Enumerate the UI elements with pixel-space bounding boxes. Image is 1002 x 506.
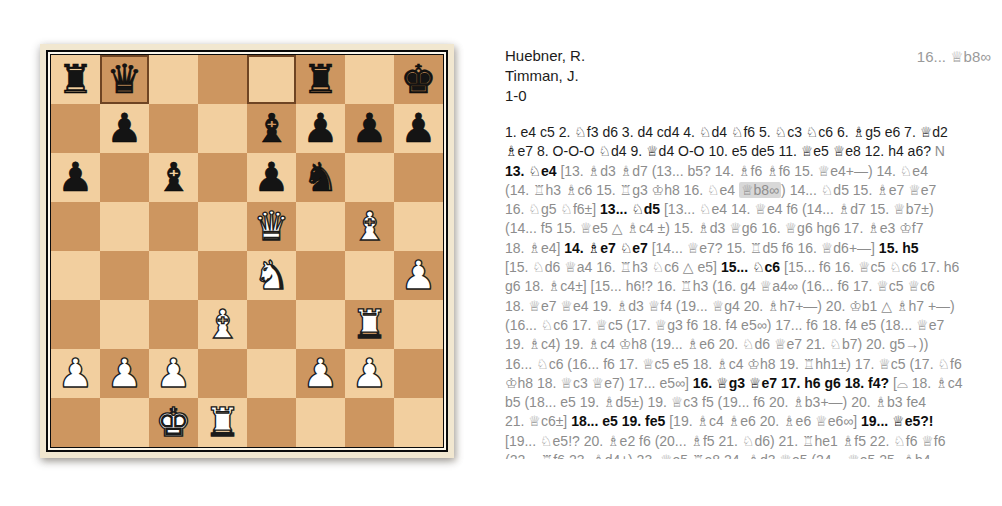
move-text[interactable]: [19... ♘e5!? 20. ♗e2 f6 (20... ♗f5 21. ♘… [505,433,946,449]
mainline-move[interactable]: 19... ♕e5?! [861,413,933,429]
square-h3[interactable] [394,300,443,349]
square-e2[interactable] [247,349,296,398]
square-b8[interactable]: ♛ [100,55,149,104]
square-b1[interactable] [100,398,149,447]
square-c5[interactable] [149,202,198,251]
square-d6[interactable] [198,153,247,202]
notation-line-9: g6 18. ♗c4±] [15... h6!? 16. ♖h3 (16. g4… [505,277,997,296]
black-pawn[interactable]: ♟ [58,153,94,202]
black-knight[interactable]: ♞ [303,153,339,202]
move-text[interactable]: ) 14... ♘d5 15. ♗e7 ♕e7 [781,182,936,198]
square-h6[interactable] [394,153,443,202]
white-queen[interactable]: ♛ [254,202,290,251]
black-rook[interactable]: ♜ [58,55,94,104]
square-g4[interactable] [345,251,394,300]
square-g2[interactable]: ♟ [345,349,394,398]
notation-line-11: (16... ♘c6 17. ♕c5 (17. ♕g3 f6 18. f4 e5… [505,316,997,335]
notation-panel: Huebner, R. Timman, J. 1-0 16... ♕b8∞ 1.… [505,46,997,459]
notation-line-6: (14... f5 15. ♕e5 △ ♗c4 ±) 15. ♗d3 ♕g6 1… [505,219,997,238]
move-text[interactable]: b5 (18... e5 19. ♗d5±) 19. ♕c3 f5 (19...… [505,394,926,410]
square-a8[interactable]: ♜ [51,55,100,104]
square-e3[interactable] [247,300,296,349]
current-move[interactable]: ♕b8∞ [739,182,781,198]
notation-line-4: (14. ♖h3 ♗c6 15. ♖g3 ♔h8 16. ♘e4 ♕b8∞) 1… [505,181,997,200]
square-b4[interactable] [100,251,149,300]
notation-line-8: [15. ♘d6 ♕a4 16. ♖h3 ♘c6 △ e5] 15... ♘c6… [505,258,997,277]
notation-line-18: (22... ♖f6 23. ♗d4±) 23. ♕e5 ♖e8 24. ♗d3… [505,451,997,459]
square-e6[interactable]: ♟ [247,153,296,202]
mainline-move[interactable]: 15... ♘c6 [721,259,784,275]
move-notation[interactable]: 1. e4 c5 2. ♘f3 d6 3. d4 cd4 4. ♘d4 ♘f6 … [505,123,997,459]
move-text[interactable]: [19. ♗c4 ♗e6 20. ♗e6 ♕e6∞] [669,413,861,429]
black-pawn[interactable]: ♟ [303,104,339,153]
square-d3[interactable]: ♝ [198,300,247,349]
notation-line-2: ♗e7 8. O-O-O ♘d4 9. ♕d4 O-O 10. e5 de5 1… [505,142,997,161]
white-rook[interactable]: ♜ [352,300,388,349]
square-d2[interactable] [198,349,247,398]
move-text[interactable]: (16... ♘c6 17. ♕c5 (17. ♕g3 f6 18. f4 e5… [505,317,944,333]
square-f8[interactable]: ♜ [296,55,345,104]
square-c1[interactable]: ♚ [149,398,198,447]
square-c4[interactable] [149,251,198,300]
mainline-move[interactable]: 16. ♕g3 ♕e7 17. h6 g6 18. f4? [693,375,893,391]
square-c3[interactable] [149,300,198,349]
white-rook[interactable]: ♜ [205,398,241,447]
chess-board-frame: ♜♛♜♚♟♝♟♟♟♟♝♟♞♛♝♞♟♝♜♟♟♟♟♟♚♜ [40,44,454,458]
square-d8[interactable] [198,55,247,104]
square-a1[interactable] [51,398,100,447]
square-e1[interactable] [247,398,296,447]
black-rook[interactable]: ♜ [303,55,339,104]
notation-line-16: 21. ♕c6±] 18... e5 19. fe5 [19. ♗c4 ♗e6 … [505,412,997,431]
notation-line-1: 1. e4 c5 2. ♘f3 d6 3. d4 cd4 4. ♘d4 ♘f6 … [505,123,997,142]
square-c2[interactable]: ♟ [149,349,198,398]
square-f5[interactable] [296,202,345,251]
move-text[interactable]: 18. ♕e7 ♕e4 19. ♗d3 ♕f4 (19... ♕g4 20. ♗… [505,298,955,314]
move-text[interactable]: 1. e4 c5 2. ♘f3 d6 3. d4 cd4 4. ♘d4 ♘f6 … [505,124,948,140]
square-a5[interactable] [51,202,100,251]
square-b3[interactable] [100,300,149,349]
square-f6[interactable]: ♞ [296,153,345,202]
move-text[interactable]: N [935,143,945,159]
white-pawn[interactable]: ♟ [107,349,143,398]
square-a7[interactable] [51,104,100,153]
chess-board[interactable]: ♜♛♜♚♟♝♟♟♟♟♝♟♞♛♝♞♟♝♜♟♟♟♟♟♚♜ [50,54,444,448]
notation-line-17: [19... ♘e5!? 20. ♗e2 f6 (20... ♗f5 21. ♘… [505,432,997,451]
square-h7[interactable]: ♟ [394,104,443,153]
white-bishop[interactable]: ♝ [352,202,388,251]
square-c8[interactable] [149,55,198,104]
white-pawn[interactable]: ♟ [58,349,94,398]
black-pawn[interactable]: ♟ [401,104,437,153]
move-text[interactable]: [13. ♗d3 ♗d7 (13... b5? 14. ♗f6 ♗f6 15. … [560,163,928,179]
square-d5[interactable] [198,202,247,251]
square-g5[interactable]: ♝ [345,202,394,251]
square-a6[interactable]: ♟ [51,153,100,202]
notation-line-7: 18. ♗e4] 14. ♗e7 ♘e7 [14... ♕e7? 15. ♖d5… [505,239,997,258]
move-text[interactable]: 18. ♗e4] [505,240,564,256]
white-knight[interactable]: ♞ [254,251,290,300]
move-text[interactable]: (14. ♖h3 ♗c6 15. ♖g3 ♔h8 16. ♘e4 [505,182,739,198]
move-text[interactable]: 16... ♘c6 (16... f6 17. ♕c5 e5 18. ♗c4 ♔… [505,356,962,372]
square-g3[interactable]: ♜ [345,300,394,349]
square-h4[interactable]: ♟ [394,251,443,300]
mainline-move[interactable]: 13... ♘d5 [600,201,664,217]
mainline-move[interactable]: 18... e5 19. fe5 [571,413,669,429]
mainline-move[interactable]: 13. ♘e4 [505,163,560,179]
move-text[interactable]: ♗e7 8. O-O-O ♘d4 9. ♕d4 O-O 10. e5 de5 1… [505,143,935,159]
move-text[interactable]: (22... ♖f6 23. ♗d4±) 23. ♕e5 ♖e8 24. ♗d3… [505,452,931,459]
square-f7[interactable]: ♟ [296,104,345,153]
mainline-move[interactable]: 14. ♗e7 ♘e7 [564,240,651,256]
move-text[interactable]: [15. ♘d6 ♕a4 16. ♖h3 ♘c6 △ e5] [505,259,721,275]
move-text[interactable]: [14... ♕e7? 15. ♖d5 f6 16. ♕d6+—] [652,240,879,256]
black-pawn[interactable]: ♟ [352,104,388,153]
square-e8[interactable] [247,55,296,104]
move-text[interactable]: 21. ♕c6±] [505,413,571,429]
notation-line-5: 16. ♘g5 ♘f6±] 13... ♘d5 [13... ♘e4 14. ♕… [505,200,997,219]
black-pawn[interactable]: ♟ [107,104,143,153]
square-c7[interactable] [149,104,198,153]
white-pawn[interactable]: ♟ [352,349,388,398]
notation-line-13: 16... ♘c6 (16... f6 17. ♕c5 e5 18. ♗c4 ♔… [505,355,997,374]
square-f4[interactable] [296,251,345,300]
game-result: 1-0 [505,86,997,106]
square-d7[interactable] [198,104,247,153]
white-bishop[interactable]: ♝ [205,300,241,349]
white-pawn[interactable]: ♟ [303,349,339,398]
square-a4[interactable] [51,251,100,300]
black-queen[interactable]: ♛ [107,55,143,104]
notation-line-3: 13. ♘e4 [13. ♗d3 ♗d7 (13... b5? 14. ♗f6 … [505,162,997,181]
white-king[interactable]: ♚ [156,398,192,447]
square-h1[interactable] [394,398,443,447]
square-b5[interactable] [100,202,149,251]
move-text[interactable]: g6 18. ♗c4±] [15... h6!? 16. ♖h3 (16. g4… [505,278,935,294]
chess-board-border: ♜♛♜♚♟♝♟♟♟♟♝♟♞♛♝♞♟♝♜♟♟♟♟♟♚♜ [46,50,448,452]
black-player-name: Timman, J. [505,66,997,86]
square-e5[interactable]: ♛ [247,202,296,251]
square-h8[interactable]: ♚ [394,55,443,104]
square-h5[interactable] [394,202,443,251]
notation-line-14: ♔h8 18. ♕c3 ♕e7) 17... e5∞] 16. ♕g3 ♕e7 … [505,374,997,393]
square-d4[interactable] [198,251,247,300]
square-b2[interactable]: ♟ [100,349,149,398]
square-a2[interactable]: ♟ [51,349,100,398]
square-b7[interactable]: ♟ [100,104,149,153]
move-text[interactable]: [⌓ 18. ♗c4 [893,375,963,391]
square-f2[interactable]: ♟ [296,349,345,398]
square-b6[interactable] [100,153,149,202]
square-c6[interactable]: ♝ [149,153,198,202]
black-bishop[interactable]: ♝ [254,104,290,153]
square-f1[interactable] [296,398,345,447]
black-pawn[interactable]: ♟ [254,153,290,202]
move-text[interactable]: ♔h8 18. ♕c3 ♕e7) 17... e5∞] [505,375,693,391]
white-pawn[interactable]: ♟ [156,349,192,398]
black-bishop[interactable]: ♝ [156,153,192,202]
notation-line-15: b5 (18... e5 19. ♗d5±) 19. ♕c3 f5 (19...… [505,393,997,412]
notation-line-12: 19. ♗c4) 19. ♗c4 ♔h8 (19... ♗e6 20. ♘d6 … [505,335,997,354]
square-f3[interactable] [296,300,345,349]
move-text[interactable]: (14... f5 15. ♕e5 △ ♗c4 ±) 15. ♗d3 ♕g6 1… [505,220,923,236]
move-text[interactable]: 16. ♘g5 ♘f6±] [505,201,600,217]
square-g7[interactable]: ♟ [345,104,394,153]
square-e7[interactable]: ♝ [247,104,296,153]
square-h2[interactable] [394,349,443,398]
square-e4[interactable]: ♞ [247,251,296,300]
square-g6[interactable] [345,153,394,202]
move-text[interactable]: [15... f6 16. ♕c5 ♘c6 17. h6 [784,259,959,275]
current-move-indicator: 16... ♕b8∞ [917,48,991,66]
square-g8[interactable] [345,55,394,104]
square-d1[interactable]: ♜ [198,398,247,447]
move-text[interactable]: [13... ♘e4 14. ♕e4 f6 (14... ♗d7 15. ♕b7… [664,201,934,217]
square-g1[interactable] [345,398,394,447]
black-king[interactable]: ♚ [401,55,437,104]
square-a3[interactable] [51,300,100,349]
notation-line-10: 18. ♕e7 ♕e4 19. ♗d3 ♕f4 (19... ♕g4 20. ♗… [505,297,997,316]
white-pawn[interactable]: ♟ [401,251,437,300]
mainline-move[interactable]: 15. h5 [879,240,919,256]
move-text[interactable]: 19. ♗c4) 19. ♗c4 ♔h8 (19... ♗e6 20. ♘d6 … [505,336,928,352]
